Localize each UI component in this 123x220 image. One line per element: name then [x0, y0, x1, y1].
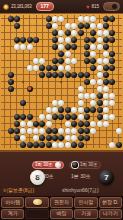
black-stone	[71, 37, 77, 43]
black-stone	[84, 58, 90, 64]
white-stone	[78, 100, 84, 106]
white-stone	[65, 135, 71, 141]
white-stone	[58, 142, 64, 148]
black-stone	[27, 37, 33, 43]
white-stone	[52, 107, 58, 113]
white-stone	[71, 23, 77, 29]
black-stone	[58, 107, 64, 113]
black-stone	[52, 65, 58, 71]
black-stone	[33, 121, 39, 127]
black-stone	[33, 142, 39, 148]
black-stone	[8, 79, 14, 85]
board-cell[interactable]	[116, 29, 122, 36]
board-cell[interactable]	[116, 15, 122, 22]
black-stone	[90, 58, 96, 64]
black-stone	[103, 72, 109, 78]
white-stone	[103, 86, 109, 92]
black-stone	[90, 107, 96, 113]
board-cell[interactable]	[116, 57, 122, 64]
white-stone	[97, 58, 103, 64]
left-player-time: 1분 20초	[34, 173, 54, 179]
white-stone	[90, 44, 96, 50]
black-stone	[33, 37, 39, 43]
white-stone	[27, 44, 33, 50]
white-stone	[109, 100, 115, 106]
white-stone	[58, 100, 64, 106]
black-stone	[14, 128, 20, 134]
white-stone	[65, 128, 71, 134]
white-stone	[103, 107, 109, 113]
white-stone	[97, 23, 103, 29]
board-cell[interactable]	[116, 85, 122, 92]
black-stone	[8, 128, 14, 134]
black-stone	[27, 86, 33, 92]
board-cell[interactable]	[116, 120, 122, 127]
black-stone	[78, 135, 84, 141]
white-stone	[14, 44, 20, 50]
black-stone	[97, 114, 103, 120]
board-cell[interactable]	[116, 22, 122, 29]
left-player-name: 이달봉춘(8급)	[3, 187, 34, 193]
black-stone	[65, 107, 71, 113]
black-stone	[78, 72, 84, 78]
black-stone	[14, 121, 20, 127]
black-stone	[97, 100, 103, 106]
black-stone	[52, 128, 58, 134]
betting-button[interactable]: 베팅	[50, 209, 73, 220]
white-stone	[103, 30, 109, 36]
coin-balance: 23,181,063	[11, 4, 32, 9]
white-stone	[78, 114, 84, 120]
white-stone	[58, 37, 64, 43]
white-stone	[65, 142, 71, 148]
black-stone	[52, 44, 58, 50]
black-stone	[109, 37, 115, 43]
black-stone	[46, 16, 52, 22]
white-stone	[58, 30, 64, 36]
egg-item-button[interactable]	[25, 197, 48, 208]
white-stone	[78, 93, 84, 99]
black-stone	[84, 107, 90, 113]
white-stone	[39, 128, 45, 134]
black-stone	[58, 51, 64, 57]
black-stone	[39, 72, 45, 78]
white-stone	[71, 30, 77, 36]
heart-icon: ♥	[86, 4, 90, 10]
black-stone	[103, 16, 109, 22]
black-stone	[27, 142, 33, 148]
white-stone	[90, 16, 96, 22]
white-stone	[65, 65, 71, 71]
black-stone	[65, 30, 71, 36]
black-stone	[52, 30, 58, 36]
white-stone	[33, 65, 39, 71]
black-stone	[65, 114, 71, 120]
white-stone	[90, 121, 96, 127]
greeting-button[interactable]: 인사말	[74, 197, 97, 208]
empty-button-slot	[25, 209, 48, 220]
black-stone	[103, 23, 109, 29]
white-stone	[71, 58, 77, 64]
black-stone	[90, 65, 96, 71]
count-score-button[interactable]: 계가	[1, 209, 24, 220]
right-player-time: 1분 30초	[71, 173, 91, 179]
black-stone	[58, 114, 64, 120]
right-player-timer-badge: 3회 30초	[69, 161, 101, 169]
white-stone	[97, 44, 103, 50]
white-stone	[65, 23, 71, 29]
black-stone	[14, 114, 20, 120]
right-timer-badge-text: 3회 30초	[80, 163, 98, 168]
white-stone	[46, 107, 52, 113]
white-stone	[103, 100, 109, 106]
white-stone	[20, 121, 26, 127]
black-stone	[71, 114, 77, 120]
board-cell[interactable]	[116, 50, 122, 57]
white-stone	[20, 44, 26, 50]
black-stone	[52, 58, 58, 64]
black-stone	[39, 142, 45, 148]
black-stone	[46, 65, 52, 71]
black-stone	[97, 93, 103, 99]
black-stone	[71, 121, 77, 127]
coin-icon	[3, 4, 9, 10]
white-stone	[39, 58, 45, 64]
white-stone	[33, 58, 39, 64]
board-cell[interactable]	[116, 134, 122, 141]
black-stone	[103, 44, 109, 50]
board-cell[interactable]	[116, 106, 122, 113]
white-stone	[27, 121, 33, 127]
white-stone	[65, 37, 71, 43]
left-player-timer-badge: 3회 30초	[32, 161, 64, 169]
black-stone	[65, 44, 71, 50]
black-stone	[27, 114, 33, 120]
black-stone	[20, 100, 26, 106]
black-stone	[39, 135, 45, 141]
white-stone	[109, 142, 115, 148]
black-stone	[90, 30, 96, 36]
black-stone	[46, 135, 52, 141]
black-stone	[78, 30, 84, 36]
board-cell[interactable]	[116, 78, 122, 85]
star-point	[60, 81, 62, 83]
black-stone	[52, 72, 58, 78]
black-stone	[52, 114, 58, 120]
black-stone	[52, 37, 58, 43]
black-stone	[109, 58, 115, 64]
black-stone	[8, 86, 14, 92]
black-stone	[14, 23, 20, 29]
black-stone	[109, 79, 115, 85]
black-stone	[14, 37, 20, 43]
black-stone	[39, 121, 45, 127]
leave-button[interactable]: 나가기	[99, 209, 122, 220]
black-stone	[71, 44, 77, 50]
black-stone	[84, 121, 90, 127]
black-stone	[14, 135, 20, 141]
white-stone	[90, 51, 96, 57]
white-stone	[103, 93, 109, 99]
black-stone	[109, 16, 115, 22]
white-stone	[109, 114, 115, 120]
white-stone	[90, 79, 96, 85]
black-stone	[39, 65, 45, 71]
black-stone	[84, 79, 90, 85]
white-stone	[90, 93, 96, 99]
black-stone	[8, 72, 14, 78]
white-stone-icon	[55, 162, 61, 168]
black-stone	[78, 23, 84, 29]
black-stone	[103, 65, 109, 71]
star-point	[22, 81, 24, 83]
notification-badge[interactable]: 177	[36, 2, 54, 11]
board-cell[interactable]	[116, 141, 122, 148]
black-stone	[84, 114, 90, 120]
black-stone	[103, 79, 109, 85]
board-cell[interactable]	[116, 127, 122, 134]
white-stone	[97, 121, 103, 127]
top-status-bar: 23,181,063 177 ♥ 815	[0, 0, 123, 13]
black-stone	[84, 51, 90, 57]
white-stone	[97, 65, 103, 71]
white-stone	[97, 72, 103, 78]
white-stone	[103, 114, 109, 120]
black-stone	[58, 58, 64, 64]
black-stone-icon	[72, 162, 78, 168]
white-stone	[58, 16, 64, 22]
white-stone	[71, 135, 77, 141]
black-stone	[84, 128, 90, 134]
black-stone	[8, 16, 14, 22]
black-stone	[103, 37, 109, 43]
board-cell[interactable]	[116, 99, 122, 106]
white-stone	[52, 142, 58, 148]
extra-button[interactable]: 현장 D.	[99, 197, 122, 208]
right-player-name: shinhyun66(7급)	[62, 187, 99, 193]
resign-button[interactable]: 기권	[74, 209, 97, 220]
white-stone	[78, 107, 84, 113]
black-stone	[14, 16, 20, 22]
black-stone	[116, 142, 122, 148]
white-stone	[71, 107, 77, 113]
board-cell[interactable]	[116, 43, 122, 50]
black-stone	[78, 121, 84, 127]
board-cell[interactable]	[116, 92, 122, 99]
black-stone	[97, 107, 103, 113]
go-board[interactable]	[0, 13, 123, 152]
black-stone	[46, 128, 52, 134]
black-stone	[90, 37, 96, 43]
black-stone	[71, 72, 77, 78]
white-stone	[78, 16, 84, 22]
white-stone	[97, 79, 103, 85]
black-stone	[78, 142, 84, 148]
white-stone	[27, 128, 33, 134]
white-stone	[39, 114, 45, 120]
white-stone	[103, 51, 109, 57]
black-stone	[20, 37, 26, 43]
white-stone	[33, 135, 39, 141]
black-stone	[46, 142, 52, 148]
white-stone	[46, 114, 52, 120]
black-stone	[58, 72, 64, 78]
action-button-grid: 아이템 관전자 인사말 현장 D. 계가 베팅 기권 나가기	[0, 196, 123, 220]
white-stone	[84, 93, 90, 99]
black-stone	[52, 135, 58, 141]
black-stone	[65, 72, 71, 78]
black-stone	[78, 128, 84, 134]
board-grid	[1, 15, 122, 148]
black-stone	[46, 72, 52, 78]
spectators-button[interactable]: 관전자	[50, 197, 73, 208]
black-stone	[109, 65, 115, 71]
left-timer-badge-text: 3회 30초	[35, 163, 53, 168]
black-stone	[46, 23, 52, 29]
black-stone	[84, 44, 90, 50]
star-point	[60, 123, 62, 125]
white-stone	[52, 100, 58, 106]
white-stone	[103, 121, 109, 127]
white-stone	[33, 128, 39, 134]
white-stone	[90, 100, 96, 106]
white-stone	[90, 128, 96, 134]
white-stone	[78, 86, 84, 92]
board-cell[interactable]	[116, 113, 122, 120]
black-stone	[84, 135, 90, 141]
black-stone	[84, 72, 90, 78]
white-stone	[97, 37, 103, 43]
white-stone	[109, 93, 115, 99]
black-stone	[84, 23, 90, 29]
white-stone	[52, 16, 58, 22]
white-stone	[97, 30, 103, 36]
heart-count: 815	[91, 4, 99, 9]
white-stone	[103, 58, 109, 64]
black-stone	[109, 51, 115, 57]
item-button[interactable]: 아이템	[1, 197, 24, 208]
white-stone	[65, 121, 71, 127]
white-stone	[20, 128, 26, 134]
black-stone	[71, 142, 77, 148]
white-stone	[58, 65, 64, 71]
last-move-marker	[28, 87, 31, 90]
white-stone	[65, 58, 71, 64]
white-stone	[84, 16, 90, 22]
right-player-stone: 7	[99, 170, 114, 185]
black-stone	[109, 30, 115, 36]
white-stone	[58, 44, 64, 50]
white-stone	[116, 128, 122, 134]
white-stone	[58, 128, 64, 134]
black-stone	[58, 135, 64, 141]
player-panel: 8 7 3회 30초 3회 30초 1분 20초 1분 30초 이달봉춘(8급)…	[0, 152, 123, 196]
white-stone	[20, 135, 26, 141]
white-stone	[52, 23, 58, 29]
white-stone	[65, 51, 71, 57]
black-stone	[20, 142, 26, 148]
settings-toggle[interactable]	[103, 2, 120, 11]
white-stone	[71, 128, 77, 134]
toggle-knob	[112, 4, 117, 9]
board-cell[interactable]	[116, 36, 122, 43]
white-stone	[27, 65, 33, 71]
black-stone	[20, 114, 26, 120]
egg-item-icon	[33, 199, 42, 205]
board-cell[interactable]	[116, 71, 122, 78]
board-cell[interactable]	[116, 64, 122, 71]
black-stone	[84, 37, 90, 43]
white-stone	[97, 86, 103, 92]
white-stone	[90, 23, 96, 29]
white-stone	[46, 121, 52, 127]
